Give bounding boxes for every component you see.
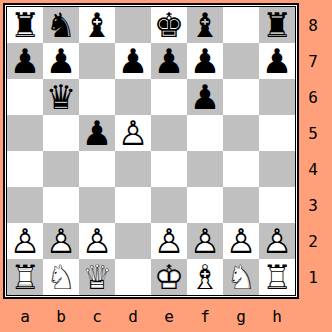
file-label-e: e: [151, 303, 187, 329]
square-d4[interactable]: [115, 151, 151, 187]
square-g8[interactable]: [223, 7, 259, 43]
piece-outline: ♗: [190, 257, 220, 297]
piece-outline: ♟: [10, 41, 40, 81]
piece-white-pawn[interactable]: ♟♙: [154, 223, 184, 259]
piece-outline: ♙: [190, 221, 220, 261]
square-h4[interactable]: [259, 151, 295, 187]
square-a1[interactable]: ♜♖: [7, 259, 43, 295]
piece-outline: ♟: [118, 41, 148, 81]
piece-outline: ♟: [190, 77, 220, 117]
file-label-g: g: [223, 303, 259, 329]
square-e2[interactable]: ♟♙: [151, 223, 187, 259]
square-a6[interactable]: [7, 79, 43, 115]
square-c5[interactable]: ♟: [79, 115, 115, 151]
square-d6[interactable]: [115, 79, 151, 115]
piece-outline: ♝: [190, 5, 220, 45]
square-a2[interactable]: ♟♙: [7, 223, 43, 259]
square-b1[interactable]: ♞♘: [43, 259, 79, 295]
piece-white-pawn[interactable]: ♟♙: [190, 223, 220, 259]
square-g2[interactable]: ♟♙: [223, 223, 259, 259]
square-d8[interactable]: [115, 7, 151, 43]
square-h1[interactable]: ♜♖: [259, 259, 295, 295]
rank-label-1: 1: [300, 259, 326, 295]
square-d1[interactable]: [115, 259, 151, 295]
piece-white-pawn[interactable]: ♟♙: [262, 223, 292, 259]
piece-white-pawn[interactable]: ♟♙: [46, 223, 76, 259]
square-f2[interactable]: ♟♙: [187, 223, 223, 259]
piece-outline: ♖: [262, 257, 292, 297]
square-d5[interactable]: ♟♙: [115, 115, 151, 151]
piece-white-queen[interactable]: ♛♕: [82, 259, 112, 295]
square-b8[interactable]: ♞: [43, 7, 79, 43]
piece-black-pawn[interactable]: ♟: [10, 43, 40, 79]
square-e5[interactable]: [151, 115, 187, 151]
piece-black-pawn[interactable]: ♟: [190, 43, 220, 79]
piece-black-pawn[interactable]: ♟: [82, 115, 112, 151]
square-h7[interactable]: ♟: [259, 43, 295, 79]
square-f6[interactable]: ♟: [187, 79, 223, 115]
file-label-b: b: [43, 303, 79, 329]
square-h5[interactable]: [259, 115, 295, 151]
square-c4[interactable]: [79, 151, 115, 187]
chess-board: ♜♞♝♚♝♜♟♟♟♟♟♟♛♟♟♟♙♟♙♟♙♟♙♟♙♟♙♟♙♟♙♜♖♞♘♛♕♚♔♝…: [7, 7, 295, 295]
piece-white-pawn[interactable]: ♟♙: [10, 223, 40, 259]
piece-white-knight[interactable]: ♞♘: [46, 259, 76, 295]
square-a8[interactable]: ♜: [7, 7, 43, 43]
square-e4[interactable]: [151, 151, 187, 187]
piece-outline: ♟: [262, 41, 292, 81]
square-e7[interactable]: ♟: [151, 43, 187, 79]
square-c3[interactable]: [79, 187, 115, 223]
piece-outline: ♙: [82, 221, 112, 261]
piece-outline: ♟: [46, 41, 76, 81]
square-f4[interactable]: [187, 151, 223, 187]
piece-black-king[interactable]: ♚: [154, 7, 184, 43]
piece-outline: ♟: [190, 41, 220, 81]
piece-outline: ♔: [154, 257, 184, 297]
square-b3[interactable]: [43, 187, 79, 223]
square-h6[interactable]: [259, 79, 295, 115]
piece-white-rook[interactable]: ♜♖: [10, 259, 40, 295]
piece-outline: ♟: [154, 41, 184, 81]
square-c6[interactable]: [79, 79, 115, 115]
piece-outline: ♞: [46, 5, 76, 45]
square-g1[interactable]: ♞♘: [223, 259, 259, 295]
piece-white-rook[interactable]: ♜♖: [262, 259, 292, 295]
square-b7[interactable]: ♟: [43, 43, 79, 79]
piece-white-pawn[interactable]: ♟♙: [226, 223, 256, 259]
square-g7[interactable]: [223, 43, 259, 79]
square-f3[interactable]: [187, 187, 223, 223]
square-b4[interactable]: [43, 151, 79, 187]
square-a4[interactable]: [7, 151, 43, 187]
file-label-h: h: [259, 303, 295, 329]
file-label-f: f: [187, 303, 223, 329]
square-c8[interactable]: ♝: [79, 7, 115, 43]
piece-outline: ♝: [82, 5, 112, 45]
file-label-c: c: [79, 303, 115, 329]
piece-outline: ♙: [118, 113, 148, 153]
square-h2[interactable]: ♟♙: [259, 223, 295, 259]
piece-outline: ♙: [10, 221, 40, 261]
square-e3[interactable]: [151, 187, 187, 223]
piece-outline: ♚: [154, 5, 184, 45]
square-f1[interactable]: ♝♗: [187, 259, 223, 295]
piece-outline: ♙: [262, 221, 292, 261]
rank-label-4: 4: [300, 151, 326, 187]
rank-label-8: 8: [300, 7, 326, 43]
file-label-d: d: [115, 303, 151, 329]
square-e6[interactable]: [151, 79, 187, 115]
square-a5[interactable]: [7, 115, 43, 151]
piece-outline: ♟: [82, 113, 112, 153]
piece-outline: ♙: [154, 221, 184, 261]
square-a3[interactable]: [7, 187, 43, 223]
piece-black-rook[interactable]: ♜: [262, 7, 292, 43]
chess-diagram: { "game": "chess", "position": { "fen": …: [0, 0, 332, 332]
piece-black-knight[interactable]: ♞: [46, 7, 76, 43]
piece-white-king[interactable]: ♚♔: [154, 259, 184, 295]
piece-outline: ♘: [46, 257, 76, 297]
piece-black-bishop[interactable]: ♝: [190, 7, 220, 43]
square-e1[interactable]: ♚♔: [151, 259, 187, 295]
rank-label-5: 5: [300, 115, 326, 151]
piece-black-pawn[interactable]: ♟: [154, 43, 184, 79]
piece-white-knight[interactable]: ♞♘: [226, 259, 256, 295]
piece-white-bishop[interactable]: ♝♗: [190, 259, 220, 295]
file-label-a: a: [7, 303, 43, 329]
piece-white-pawn[interactable]: ♟♙: [82, 223, 112, 259]
piece-black-pawn[interactable]: ♟: [118, 43, 148, 79]
piece-outline: ♙: [226, 221, 256, 261]
piece-black-bishop[interactable]: ♝: [82, 7, 112, 43]
piece-outline: ♘: [226, 257, 256, 297]
square-b6[interactable]: ♛: [43, 79, 79, 115]
square-a7[interactable]: ♟: [7, 43, 43, 79]
square-e8[interactable]: ♚: [151, 7, 187, 43]
rank-label-2: 2: [300, 223, 326, 259]
piece-outline: ♖: [10, 257, 40, 297]
piece-black-pawn[interactable]: ♟: [190, 79, 220, 115]
square-c2[interactable]: ♟♙: [79, 223, 115, 259]
piece-black-pawn[interactable]: ♟: [262, 43, 292, 79]
piece-outline: ♙: [46, 221, 76, 261]
square-b5[interactable]: [43, 115, 79, 151]
square-d7[interactable]: ♟: [115, 43, 151, 79]
rank-label-6: 6: [300, 79, 326, 115]
square-g3[interactable]: [223, 187, 259, 223]
piece-black-queen[interactable]: ♛: [46, 79, 76, 115]
square-g4[interactable]: [223, 151, 259, 187]
square-h3[interactable]: [259, 187, 295, 223]
square-c7[interactable]: [79, 43, 115, 79]
piece-outline: ♜: [262, 5, 292, 45]
square-c1[interactable]: ♛♕: [79, 259, 115, 295]
piece-black-rook[interactable]: ♜: [10, 7, 40, 43]
piece-outline: ♛: [46, 77, 76, 117]
rank-label-3: 3: [300, 187, 326, 223]
square-d3[interactable]: [115, 187, 151, 223]
square-b2[interactable]: ♟♙: [43, 223, 79, 259]
piece-black-pawn[interactable]: ♟: [46, 43, 76, 79]
square-h8[interactable]: ♜: [259, 7, 295, 43]
piece-white-pawn[interactable]: ♟♙: [118, 115, 148, 151]
square-d2[interactable]: [115, 223, 151, 259]
square-g6[interactable]: [223, 79, 259, 115]
piece-outline: ♕: [82, 257, 112, 297]
square-g5[interactable]: [223, 115, 259, 151]
rank-label-7: 7: [300, 43, 326, 79]
square-f7[interactable]: ♟: [187, 43, 223, 79]
piece-outline: ♜: [10, 5, 40, 45]
square-f8[interactable]: ♝: [187, 7, 223, 43]
square-f5[interactable]: [187, 115, 223, 151]
